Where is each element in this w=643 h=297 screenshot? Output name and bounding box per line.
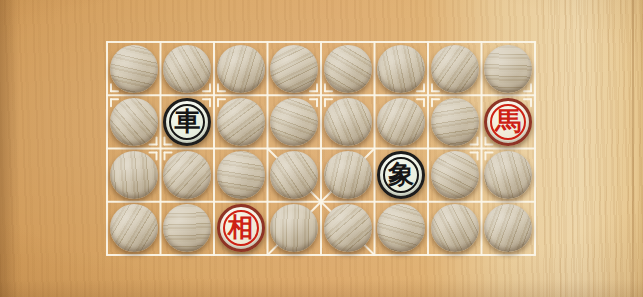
piece-facedown[interactable] xyxy=(110,204,158,252)
piece-facedown[interactable] xyxy=(110,98,158,146)
piece-facedown[interactable] xyxy=(270,45,318,93)
piece-facedown[interactable] xyxy=(431,98,479,146)
piece-black-chariot[interactable]: 車 xyxy=(163,98,211,146)
piece-red-minister[interactable]: 相 xyxy=(217,204,265,252)
piece-glyph: 車 xyxy=(174,108,200,134)
piece-facedown[interactable] xyxy=(431,204,479,252)
piece-facedown[interactable] xyxy=(377,98,425,146)
piece-facedown[interactable] xyxy=(324,45,372,93)
piece-facedown[interactable] xyxy=(110,151,158,199)
piece-facedown[interactable] xyxy=(431,151,479,199)
piece-glyph: 馬 xyxy=(495,108,521,134)
piece-facedown[interactable] xyxy=(377,45,425,93)
game-screen: 車馬象相 xyxy=(0,0,643,297)
piece-facedown[interactable] xyxy=(484,45,532,93)
piece-facedown[interactable] xyxy=(270,98,318,146)
piece-facedown[interactable] xyxy=(324,151,372,199)
table-light-plank xyxy=(543,0,643,297)
piece-red-horse[interactable]: 馬 xyxy=(484,98,532,146)
piece-facedown[interactable] xyxy=(217,45,265,93)
piece-facedown[interactable] xyxy=(217,151,265,199)
piece-glyph: 相 xyxy=(228,214,254,240)
piece-facedown[interactable] xyxy=(110,45,158,93)
piece-facedown[interactable] xyxy=(431,45,479,93)
table-plank-seam xyxy=(632,0,634,297)
piece-facedown[interactable] xyxy=(324,98,372,146)
piece-glyph: 象 xyxy=(388,161,414,187)
piece-facedown[interactable] xyxy=(217,98,265,146)
piece-facedown[interactable] xyxy=(163,45,211,93)
piece-facedown[interactable] xyxy=(324,204,372,252)
